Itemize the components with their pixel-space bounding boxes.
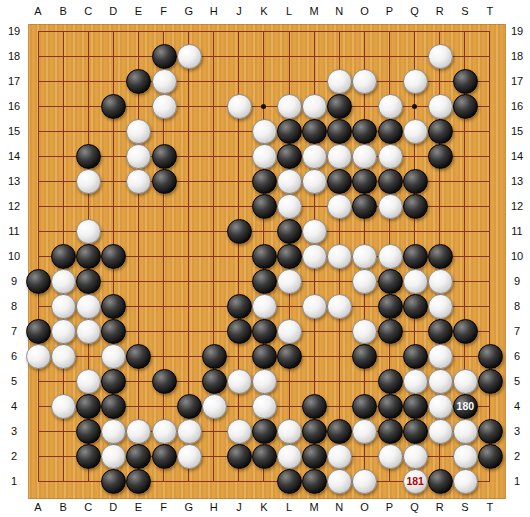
black-stone-H5 bbox=[202, 369, 227, 394]
column-label-top: S bbox=[461, 6, 468, 17]
black-stone-K13 bbox=[252, 169, 277, 194]
black-stone-R14 bbox=[428, 144, 453, 169]
white-stone-K5 bbox=[252, 369, 277, 394]
black-stone-S16 bbox=[453, 94, 478, 119]
column-label-bottom: S bbox=[461, 502, 468, 513]
row-label-right: 5 bbox=[514, 376, 520, 387]
white-stone-K8 bbox=[252, 294, 277, 319]
go-board-viewer: 180181 AABBCCDDEEFFGGHHJJKKLLMMNNOOPPQQR… bbox=[0, 0, 530, 517]
row-label-left: 12 bbox=[8, 201, 20, 212]
row-label-left: 18 bbox=[8, 51, 20, 62]
row-label-right: 10 bbox=[511, 251, 523, 262]
black-stone-A7 bbox=[26, 319, 51, 344]
row-label-right: 3 bbox=[514, 426, 520, 437]
row-label-right: 4 bbox=[514, 401, 520, 412]
black-stone-P9 bbox=[378, 269, 403, 294]
row-label-right: 18 bbox=[511, 51, 523, 62]
black-stone-P7 bbox=[378, 319, 403, 344]
row-label-left: 7 bbox=[11, 326, 17, 337]
black-stone-Q4 bbox=[403, 394, 428, 419]
white-stone-F3 bbox=[152, 419, 177, 444]
black-stone-R1 bbox=[428, 469, 453, 494]
white-stone-F16 bbox=[152, 94, 177, 119]
black-stone-S17 bbox=[453, 69, 478, 94]
white-stone-G3 bbox=[177, 419, 202, 444]
white-stone-L9 bbox=[277, 269, 302, 294]
white-stone-H4 bbox=[202, 394, 227, 419]
black-stone-F2 bbox=[152, 444, 177, 469]
row-label-right: 15 bbox=[511, 126, 523, 137]
column-label-top: D bbox=[109, 6, 117, 17]
black-stone-S7 bbox=[453, 319, 478, 344]
black-stone-Q6 bbox=[403, 344, 428, 369]
column-label-bottom: E bbox=[135, 502, 142, 513]
black-stone-R10 bbox=[428, 244, 453, 269]
white-stone-R8 bbox=[428, 294, 453, 319]
black-stone-S4: 180 bbox=[453, 394, 478, 419]
column-label-bottom: H bbox=[210, 502, 218, 513]
column-label-bottom: L bbox=[286, 502, 292, 513]
white-stone-R6 bbox=[428, 344, 453, 369]
black-stone-K9 bbox=[252, 269, 277, 294]
black-stone-R15 bbox=[428, 119, 453, 144]
column-label-top: F bbox=[160, 6, 167, 17]
black-stone-Q8 bbox=[403, 294, 428, 319]
white-stone-Q17 bbox=[403, 69, 428, 94]
column-label-bottom: O bbox=[360, 502, 369, 513]
black-stone-G4 bbox=[177, 394, 202, 419]
column-label-bottom: P bbox=[386, 502, 393, 513]
row-label-right: 7 bbox=[514, 326, 520, 337]
black-stone-T3 bbox=[478, 419, 503, 444]
white-stone-G2 bbox=[177, 444, 202, 469]
grid-line-vertical bbox=[489, 31, 490, 481]
column-label-top: Q bbox=[410, 6, 419, 17]
row-label-left: 5 bbox=[11, 376, 17, 387]
row-label-left: 1 bbox=[11, 476, 17, 487]
row-label-right: 14 bbox=[511, 151, 523, 162]
white-stone-Q5 bbox=[403, 369, 428, 394]
white-stone-R4 bbox=[428, 394, 453, 419]
column-label-top: J bbox=[236, 6, 242, 17]
row-label-right: 12 bbox=[511, 201, 523, 212]
column-label-top: E bbox=[135, 6, 142, 17]
black-stone-K10 bbox=[252, 244, 277, 269]
black-stone-P4 bbox=[378, 394, 403, 419]
column-label-top: A bbox=[34, 6, 41, 17]
white-stone-P10 bbox=[378, 244, 403, 269]
row-label-left: 2 bbox=[11, 451, 17, 462]
white-stone-B8 bbox=[51, 294, 76, 319]
move-number-label: 180 bbox=[457, 401, 475, 412]
white-stone-Q2 bbox=[403, 444, 428, 469]
white-stone-L16 bbox=[277, 94, 302, 119]
column-label-top: C bbox=[84, 6, 92, 17]
row-label-right: 16 bbox=[511, 101, 523, 112]
column-label-bottom: N bbox=[335, 502, 343, 513]
row-label-left: 13 bbox=[8, 176, 20, 187]
white-stone-S1 bbox=[453, 469, 478, 494]
column-label-top: P bbox=[386, 6, 393, 17]
black-stone-K6 bbox=[252, 344, 277, 369]
black-stone-K3 bbox=[252, 419, 277, 444]
white-stone-B6 bbox=[51, 344, 76, 369]
white-stone-P14 bbox=[378, 144, 403, 169]
column-label-bottom: Q bbox=[410, 502, 419, 513]
row-label-left: 4 bbox=[11, 401, 17, 412]
row-label-left: 19 bbox=[8, 26, 20, 37]
black-stone-B10 bbox=[51, 244, 76, 269]
column-label-bottom: J bbox=[236, 502, 242, 513]
white-stone-L3 bbox=[277, 419, 302, 444]
white-stone-B7 bbox=[51, 319, 76, 344]
white-stone-Q1: 181 bbox=[403, 469, 428, 494]
black-stone-K7 bbox=[252, 319, 277, 344]
black-stone-J2 bbox=[227, 444, 252, 469]
column-label-top: B bbox=[59, 6, 66, 17]
row-label-right: 9 bbox=[514, 276, 520, 287]
black-stone-R7 bbox=[428, 319, 453, 344]
white-stone-L7 bbox=[277, 319, 302, 344]
row-label-left: 16 bbox=[8, 101, 20, 112]
white-stone-S2 bbox=[453, 444, 478, 469]
row-label-right: 1 bbox=[514, 476, 520, 487]
column-label-bottom: F bbox=[160, 502, 167, 513]
black-stone-F5 bbox=[152, 369, 177, 394]
row-label-left: 17 bbox=[8, 76, 20, 87]
row-label-left: 8 bbox=[11, 301, 17, 312]
white-stone-K4 bbox=[252, 394, 277, 419]
column-label-bottom: B bbox=[59, 502, 66, 513]
column-label-top: H bbox=[210, 6, 218, 17]
column-label-top: T bbox=[487, 6, 494, 17]
black-stone-Q13 bbox=[403, 169, 428, 194]
black-stone-L1 bbox=[277, 469, 302, 494]
white-stone-B4 bbox=[51, 394, 76, 419]
column-label-bottom: C bbox=[84, 502, 92, 513]
black-stone-F14 bbox=[152, 144, 177, 169]
white-stone-R16 bbox=[428, 94, 453, 119]
black-stone-J8 bbox=[227, 294, 252, 319]
white-stone-G18 bbox=[177, 44, 202, 69]
white-stone-A6 bbox=[26, 344, 51, 369]
black-stone-L15 bbox=[277, 119, 302, 144]
black-stone-P13 bbox=[378, 169, 403, 194]
white-stone-R9 bbox=[428, 269, 453, 294]
row-label-left: 3 bbox=[11, 426, 17, 437]
row-label-right: 13 bbox=[511, 176, 523, 187]
column-label-top: L bbox=[286, 6, 292, 17]
black-stone-L10 bbox=[277, 244, 302, 269]
white-stone-R18 bbox=[428, 44, 453, 69]
black-stone-L6 bbox=[277, 344, 302, 369]
column-label-top: M bbox=[310, 6, 319, 17]
black-stone-A9 bbox=[26, 269, 51, 294]
column-label-bottom: T bbox=[487, 502, 494, 513]
column-label-bottom: D bbox=[109, 502, 117, 513]
black-stone-T2 bbox=[478, 444, 503, 469]
column-label-top: O bbox=[360, 6, 369, 17]
row-label-right: 19 bbox=[511, 26, 523, 37]
move-number-label: 181 bbox=[406, 476, 424, 487]
black-stone-P8 bbox=[378, 294, 403, 319]
white-stone-B9 bbox=[51, 269, 76, 294]
white-stone-S5 bbox=[453, 369, 478, 394]
column-label-top: R bbox=[436, 6, 444, 17]
white-stone-Q15 bbox=[403, 119, 428, 144]
white-stone-K14 bbox=[252, 144, 277, 169]
black-stone-F13 bbox=[152, 169, 177, 194]
white-stone-K15 bbox=[252, 119, 277, 144]
black-stone-L11 bbox=[277, 219, 302, 244]
black-stone-P3 bbox=[378, 419, 403, 444]
column-label-bottom: A bbox=[34, 502, 41, 513]
black-stone-T6 bbox=[478, 344, 503, 369]
white-stone-R5 bbox=[428, 369, 453, 394]
white-stone-Q9 bbox=[403, 269, 428, 294]
white-stone-L12 bbox=[277, 194, 302, 219]
black-stone-Q12 bbox=[403, 194, 428, 219]
black-stone-J11 bbox=[227, 219, 252, 244]
white-stone-R3 bbox=[428, 419, 453, 444]
row-label-right: 11 bbox=[511, 226, 522, 237]
white-stone-J5 bbox=[227, 369, 252, 394]
column-label-top: K bbox=[260, 6, 267, 17]
black-stone-H6 bbox=[202, 344, 227, 369]
column-label-top: G bbox=[184, 6, 193, 17]
row-label-left: 11 bbox=[8, 226, 19, 237]
row-label-left: 14 bbox=[8, 151, 20, 162]
row-label-right: 2 bbox=[514, 451, 520, 462]
black-stone-L14 bbox=[277, 144, 302, 169]
black-stone-T5 bbox=[478, 369, 503, 394]
black-stone-K12 bbox=[252, 194, 277, 219]
black-stone-F18 bbox=[152, 44, 177, 69]
column-label-top: N bbox=[335, 6, 343, 17]
white-stone-F17 bbox=[152, 69, 177, 94]
white-stone-J16 bbox=[227, 94, 252, 119]
white-stone-J3 bbox=[227, 419, 252, 444]
black-stone-Q10 bbox=[403, 244, 428, 269]
row-label-left: 9 bbox=[11, 276, 17, 287]
row-label-left: 15 bbox=[8, 126, 20, 137]
column-label-bottom: M bbox=[310, 502, 319, 513]
row-label-right: 6 bbox=[514, 351, 520, 362]
row-label-left: 6 bbox=[11, 351, 17, 362]
black-stone-P5 bbox=[378, 369, 403, 394]
black-stone-P15 bbox=[378, 119, 403, 144]
white-stone-P2 bbox=[378, 444, 403, 469]
row-label-left: 10 bbox=[8, 251, 20, 262]
row-label-right: 17 bbox=[511, 76, 523, 87]
star-point bbox=[412, 104, 417, 109]
column-label-bottom: G bbox=[184, 502, 193, 513]
white-stone-L13 bbox=[277, 169, 302, 194]
black-stone-J7 bbox=[227, 319, 252, 344]
white-stone-L2 bbox=[277, 444, 302, 469]
black-stone-Q3 bbox=[403, 419, 428, 444]
black-stone-K2 bbox=[252, 444, 277, 469]
column-label-bottom: R bbox=[436, 502, 444, 513]
column-label-bottom: K bbox=[260, 502, 267, 513]
white-stone-P16 bbox=[378, 94, 403, 119]
white-stone-P12 bbox=[378, 194, 403, 219]
white-stone-S3 bbox=[453, 419, 478, 444]
row-label-right: 8 bbox=[514, 301, 520, 312]
